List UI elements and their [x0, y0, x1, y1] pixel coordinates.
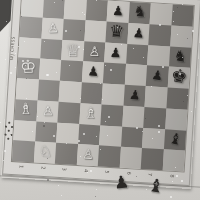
board-square: [170, 25, 193, 47]
board-square: [163, 129, 186, 151]
film-grain-speck: [58, 185, 59, 186]
board-square: [148, 24, 171, 46]
board-square: [107, 1, 130, 23]
board-square: [80, 82, 103, 104]
board-square: [104, 42, 127, 64]
board-square: [13, 120, 36, 142]
rank-label-8: 8: [169, 172, 175, 180]
board-square: [144, 86, 167, 108]
board-square: [55, 143, 78, 165]
board-square: [62, 19, 85, 41]
board-square: [168, 46, 191, 68]
board-square: [123, 85, 146, 107]
stamp-dot: [8, 122, 10, 124]
board-square: [60, 60, 83, 82]
stamp-dot: [5, 134, 7, 136]
board-square: [59, 81, 82, 103]
board-square: [56, 122, 79, 144]
board-square: [79, 103, 102, 125]
board-square: [162, 150, 185, 172]
board-square: [84, 20, 107, 42]
film-grain-speck: [170, 196, 172, 198]
stamp-dot: [7, 138, 9, 140]
board-square: [16, 78, 39, 100]
board-square: [20, 16, 43, 38]
board-square: [17, 58, 40, 80]
board-square: [14, 99, 37, 121]
rank-label-3: 3: [61, 165, 67, 173]
board-square: [64, 0, 87, 20]
board-square: [36, 100, 59, 122]
board-square: [35, 121, 58, 143]
board-square: [128, 2, 151, 24]
board-square: [57, 102, 80, 124]
board-square: [150, 3, 173, 25]
board-square: [167, 67, 190, 89]
board-square: [76, 144, 99, 166]
board-square: [119, 147, 142, 169]
board-square: [165, 108, 188, 130]
board-square: [100, 104, 123, 126]
photo-inner: WJ CHESS ♔♕♗♗♘♙♙♙♙♚♛♞♞♝♟♟♟♟♟♟ 12345678 ♟…: [0, 0, 200, 200]
board-square: [126, 43, 149, 65]
board-square: [61, 39, 84, 61]
board-square: [127, 23, 150, 45]
captured-black-bishop: ♝: [147, 176, 165, 196]
rank-label-5: 5: [104, 168, 110, 176]
board-square: [83, 41, 106, 63]
board-square: [102, 83, 125, 105]
board-square: [105, 21, 128, 43]
rank-label-1: 1: [18, 162, 24, 170]
board-square: [103, 63, 126, 85]
film-grain-speck: [61, 195, 62, 196]
board-square: [141, 148, 164, 170]
board-square: [78, 124, 101, 146]
board-square: [21, 0, 44, 17]
film-grain-speck: [5, 59, 6, 60]
stamp-dot: [5, 126, 7, 128]
film-grain-speck: [96, 189, 97, 190]
board-square: [147, 45, 170, 67]
board-square: [81, 61, 104, 83]
rank-label-2: 2: [40, 164, 46, 172]
board-square: [85, 0, 108, 21]
board-square: [98, 146, 121, 168]
rank-label-4: 4: [83, 166, 89, 174]
board-square: [41, 17, 64, 39]
board-square: [12, 140, 35, 162]
board-square: [42, 0, 65, 19]
film-grain-speck: [95, 196, 96, 197]
board-square: [122, 105, 145, 127]
board-square: [121, 126, 144, 148]
board-square: [40, 38, 63, 60]
board-square: [99, 125, 122, 147]
board-square: [18, 37, 41, 59]
board-square: [166, 87, 189, 109]
board-square: [124, 64, 147, 86]
board-grid: ♔♕♗♗♘♙♙♙♙♚♛♞♞♝♟♟♟♟♟♟: [11, 0, 195, 173]
film-grain-speck: [0, 122, 1, 123]
chessboard-photo: WJ CHESS ♔♕♗♗♘♙♙♙♙♚♛♞♞♝♟♟♟♟♟♟ 12345678 ♟…: [0, 0, 200, 200]
board-square: [146, 65, 169, 87]
board-square: [38, 59, 61, 81]
board-square: [171, 5, 194, 27]
stamp-dot: [8, 130, 10, 132]
board-square: [37, 80, 60, 102]
chess-board: WJ CHESS ♔♕♗♗♘♙♙♙♙♚♛♞♞♝♟♟♟♟♟♟ 12345678: [1, 0, 200, 189]
board-square: [142, 128, 165, 150]
board-square: [143, 107, 166, 129]
board-square: [33, 142, 56, 164]
captured-black-pawn: ♟: [113, 173, 130, 192]
